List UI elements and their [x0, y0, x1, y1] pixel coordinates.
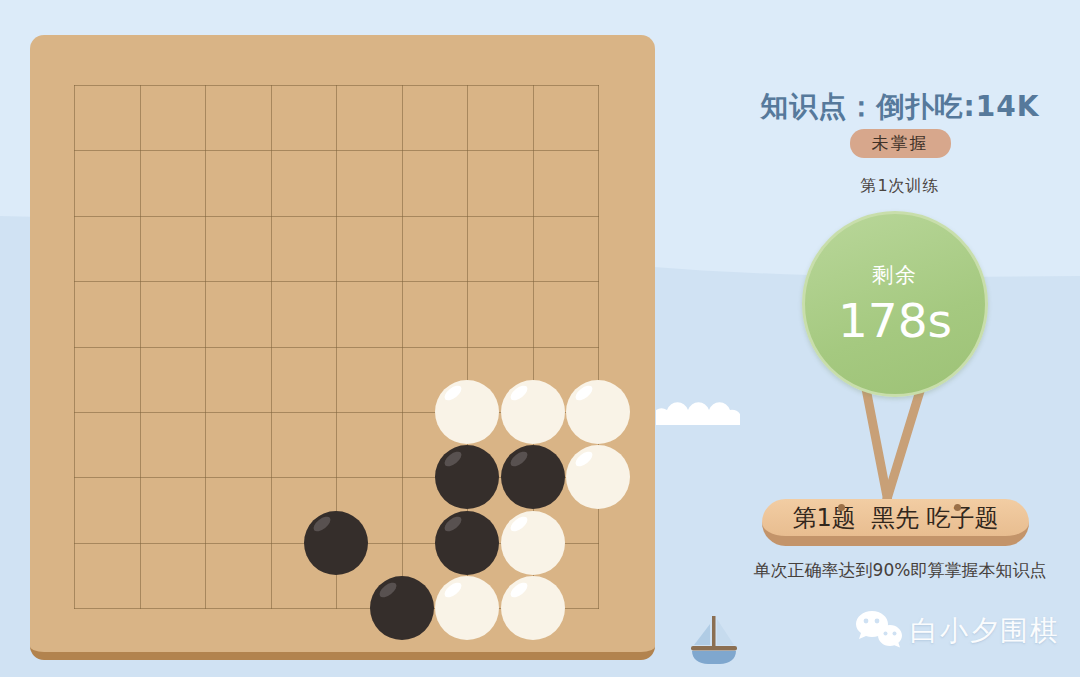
stone-highlight — [442, 449, 464, 469]
watermark-text: 白小夕围棋 — [910, 612, 1060, 650]
stone-white — [501, 511, 565, 575]
wave-crest-icon — [656, 402, 742, 425]
timer-value: 178s — [838, 293, 952, 348]
problem-sign-text: 第1题 黑先 吃子题 — [792, 502, 998, 534]
stone-highlight — [442, 514, 464, 534]
mastery-hint: 单次正确率达到90%即算掌握本知识点 — [735, 559, 1065, 582]
timer-label: 剩余 — [872, 261, 918, 289]
stone-highlight — [573, 383, 595, 403]
stone-black — [501, 445, 565, 509]
stone-white — [435, 576, 499, 640]
stone-highlight — [573, 449, 595, 469]
stone-black — [370, 576, 434, 640]
wechat-icon — [854, 609, 904, 653]
stone-highlight — [508, 579, 530, 599]
sailboat-icon — [687, 614, 741, 666]
sign-nail-icon — [838, 504, 845, 511]
board-grid[interactable] — [74, 85, 598, 609]
go-board[interactable] — [30, 35, 655, 660]
session-label: 第1次训练 — [735, 176, 1065, 197]
stone-highlight — [311, 514, 333, 534]
stone-black — [304, 511, 368, 575]
stone-white — [435, 380, 499, 444]
stone-highlight — [508, 449, 530, 469]
grid-line-vertical — [598, 85, 599, 609]
stone-highlight — [442, 579, 464, 599]
mastery-badge: 未掌握 — [850, 129, 951, 158]
stone-white — [566, 445, 630, 509]
knowledge-point-title: 知识点：倒扑吃:14K — [735, 88, 1065, 126]
grid-line-vertical — [402, 85, 403, 609]
problem-sign: 第1题 黑先 吃子题 — [762, 499, 1029, 546]
stone-white — [566, 380, 630, 444]
grid-line-horizontal — [74, 347, 599, 348]
stone-highlight — [508, 383, 530, 403]
stone-black — [435, 445, 499, 509]
stone-highlight — [508, 514, 530, 534]
countdown-timer: 剩余 178s — [802, 211, 988, 397]
mastery-badge-wrap: 未掌握 — [735, 129, 1065, 158]
stone-highlight — [442, 383, 464, 403]
stone-white — [501, 576, 565, 640]
watermark: 白小夕围棋 — [854, 609, 1060, 653]
stone-white — [501, 380, 565, 444]
sign-nail-icon — [954, 504, 961, 511]
stone-black — [435, 511, 499, 575]
app-screen: 知识点：倒扑吃:14K 未掌握 第1次训练 剩余 178s 第1题 黑先 吃子题… — [0, 0, 1080, 677]
stone-highlight — [377, 579, 399, 599]
